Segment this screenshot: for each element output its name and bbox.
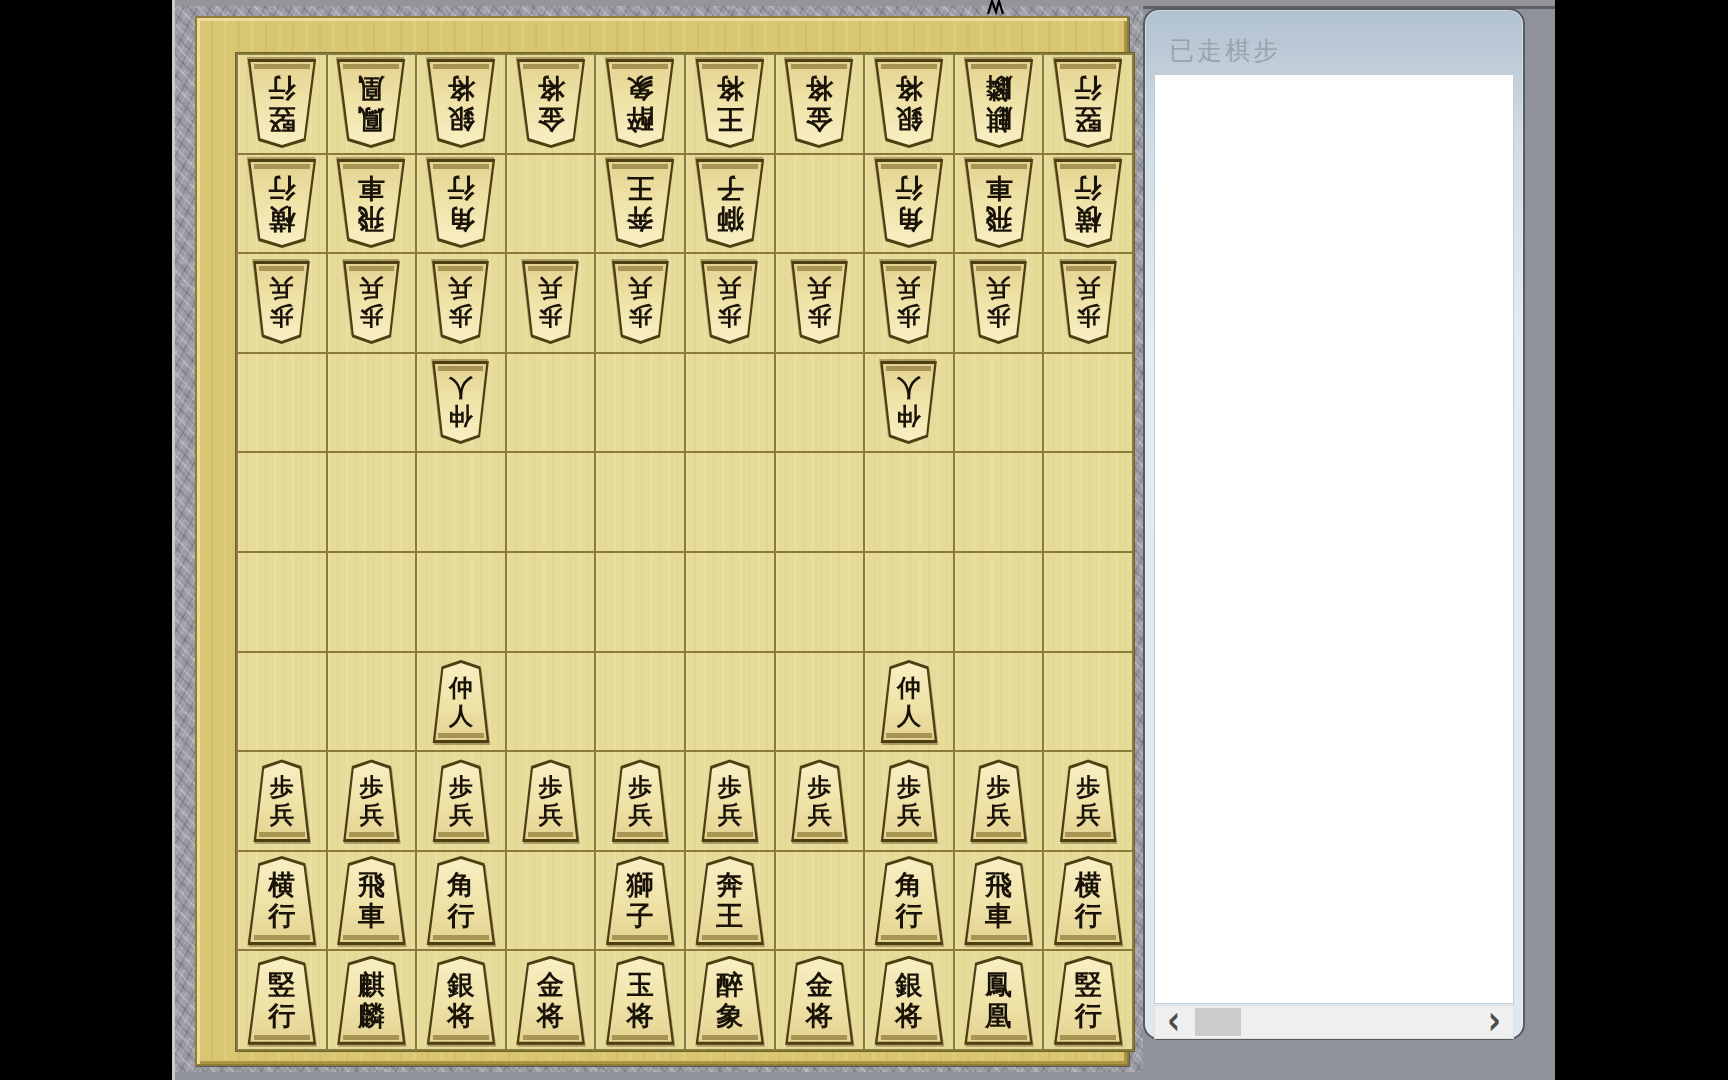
board-cell-r3f8[interactable]: 歩兵 xyxy=(865,254,953,352)
shogi-piece[interactable]: 歩兵 xyxy=(967,261,1030,344)
koma-kanji: 角行 xyxy=(423,856,499,945)
board-cell-r5f9[interactable] xyxy=(955,453,1043,551)
koma-kanji: 獅子 xyxy=(692,159,768,248)
board-cell-r2f7[interactable] xyxy=(776,155,864,253)
koma-kanji: 横行 xyxy=(244,159,320,248)
board-cell-r3f1[interactable]: 歩兵 xyxy=(238,254,326,352)
koma-kanji: 獅子 xyxy=(602,856,678,945)
koma-kanji: 角行 xyxy=(871,856,947,945)
board-cell-r5f10[interactable] xyxy=(1044,453,1132,551)
board-cell-r5f1[interactable] xyxy=(238,453,326,551)
shogi-board: 竪行鳳凰銀将金将醉象王将金将銀将麒麟竪行横行飛車角行奔王獅子角行飛車横行歩兵歩兵… xyxy=(235,52,1135,1052)
board-cell-r3f5[interactable]: 歩兵 xyxy=(596,254,684,352)
koma-kanji: 玉将 xyxy=(602,956,678,1045)
board-cell-r9f4[interactable] xyxy=(507,852,595,950)
koma-kanji: 竪行 xyxy=(244,59,320,148)
board-cell-r4f3[interactable]: 仲人 xyxy=(417,354,505,452)
horizontal-scrollbar[interactable]: ‹ › xyxy=(1154,1005,1514,1039)
shogi-piece[interactable]: 歩兵 xyxy=(877,261,940,344)
koma-kanji: 飛車 xyxy=(961,159,1037,248)
board-cell-r4f6[interactable] xyxy=(686,354,774,452)
board-cell-r3f2[interactable]: 歩兵 xyxy=(328,254,416,352)
board-cell-r8f5[interactable]: 歩兵 xyxy=(596,752,684,850)
shogi-piece[interactable]: 麒麟 xyxy=(961,59,1037,148)
koma-kanji: 歩兵 xyxy=(877,759,940,842)
koma-kanji: 歩兵 xyxy=(877,261,940,344)
shogi-piece[interactable]: 横行 xyxy=(244,159,320,248)
shogi-piece[interactable]: 角行 xyxy=(871,856,947,945)
board-cell-r3f6[interactable]: 歩兵 xyxy=(686,254,774,352)
koma-kanji: 歩兵 xyxy=(788,759,851,842)
board-cell-r1f10[interactable]: 竪行 xyxy=(1044,55,1132,153)
shogi-piece[interactable]: 歩兵 xyxy=(250,261,313,344)
koma-kanji: 奔王 xyxy=(602,159,678,248)
board-cell-r9f7[interactable] xyxy=(776,852,864,950)
board-cell-r4f9[interactable] xyxy=(955,354,1043,452)
shogi-piece[interactable]: 金将 xyxy=(513,956,589,1045)
shogi-piece[interactable]: 飛車 xyxy=(961,159,1037,248)
koma-kanji: 歩兵 xyxy=(429,261,492,344)
board-cell-r10f2[interactable]: 麒麟 xyxy=(328,951,416,1049)
koma-kanji: 仲人 xyxy=(877,660,940,743)
shogi-piece[interactable]: 銀将 xyxy=(871,59,947,148)
board-cell-r8f3[interactable]: 歩兵 xyxy=(417,752,505,850)
koma-kanji: 歩兵 xyxy=(250,759,313,842)
koma-kanji: 横行 xyxy=(1050,159,1126,248)
board-cell-r7f8[interactable]: 仲人 xyxy=(865,653,953,751)
koma-kanji: 竪行 xyxy=(1050,59,1126,148)
board-cell-r7f4[interactable] xyxy=(507,653,595,751)
board-cell-r2f5[interactable]: 奔王 xyxy=(596,155,684,253)
board-cell-r9f8[interactable]: 角行 xyxy=(865,852,953,950)
scroll-right-icon[interactable]: › xyxy=(1488,1001,1501,1041)
koma-kanji: 金将 xyxy=(513,59,589,148)
shogi-piece[interactable]: 角行 xyxy=(423,159,499,248)
shogi-piece[interactable]: 王将 xyxy=(692,59,768,148)
shogi-piece[interactable]: 飛車 xyxy=(333,159,409,248)
shogi-piece[interactable]: 竪行 xyxy=(244,59,320,148)
shogi-piece[interactable]: 獅子 xyxy=(602,856,678,945)
board-cell-r10f8[interactable]: 銀将 xyxy=(865,951,953,1049)
board-cell-r7f1[interactable] xyxy=(238,653,326,751)
koma-kanji: 歩兵 xyxy=(967,261,1030,344)
koma-kanji: 金将 xyxy=(781,59,857,148)
board-cell-r9f9[interactable]: 飛車 xyxy=(955,852,1043,950)
board-cell-r6f1[interactable] xyxy=(238,553,326,651)
board-cell-r6f4[interactable] xyxy=(507,553,595,651)
board-cell-r10f7[interactable]: 金将 xyxy=(776,951,864,1049)
board-cell-r4f10[interactable] xyxy=(1044,354,1132,452)
board-cell-r8f4[interactable]: 歩兵 xyxy=(507,752,595,850)
shogi-piece[interactable]: 歩兵 xyxy=(1057,261,1120,344)
shogi-piece[interactable]: 歩兵 xyxy=(788,759,851,842)
board-cell-r7f10[interactable] xyxy=(1044,653,1132,751)
shogi-piece[interactable]: 竪行 xyxy=(244,956,320,1045)
koma-kanji: 歩兵 xyxy=(698,759,761,842)
koma-kanji: 王将 xyxy=(692,59,768,148)
scroll-left-icon[interactable]: ‹ xyxy=(1167,1001,1180,1041)
koma-kanji: 飛車 xyxy=(333,159,409,248)
koma-kanji: 歩兵 xyxy=(1057,759,1120,842)
koma-kanji: 歩兵 xyxy=(340,759,403,842)
board-cell-r2f2[interactable]: 飛車 xyxy=(328,155,416,253)
board-cell-r1f8[interactable]: 銀将 xyxy=(865,55,953,153)
shogi-piece[interactable]: 醉象 xyxy=(602,59,678,148)
board-cell-r9f2[interactable]: 飛車 xyxy=(328,852,416,950)
move-list-panel: 已走棋步 ‹ › xyxy=(1143,8,1525,1040)
board-cell-r6f2[interactable] xyxy=(328,553,416,651)
shogi-piece[interactable]: 奔王 xyxy=(602,159,678,248)
board-cell-r6f10[interactable] xyxy=(1044,553,1132,651)
koma-kanji: 飛車 xyxy=(333,856,409,945)
shogi-piece[interactable]: 麒麟 xyxy=(333,956,409,1045)
board-cell-r4f4[interactable] xyxy=(507,354,595,452)
board-cell-r2f1[interactable]: 横行 xyxy=(238,155,326,253)
koma-kanji: 歩兵 xyxy=(788,261,851,344)
shogi-piece[interactable]: 角行 xyxy=(871,159,947,248)
koma-kanji: 横行 xyxy=(244,856,320,945)
board-cell-r1f6[interactable]: 王将 xyxy=(686,55,774,153)
shogi-piece[interactable]: 仲人 xyxy=(429,660,492,743)
board-cell-r4f1[interactable] xyxy=(238,354,326,452)
koma-kanji: 角行 xyxy=(871,159,947,248)
koma-kanji: 歩兵 xyxy=(519,759,582,842)
board-cell-r6f8[interactable] xyxy=(865,553,953,651)
app-window: 竪行鳳凰銀将金将醉象王将金将銀将麒麟竪行横行飛車角行奔王獅子角行飛車横行歩兵歩兵… xyxy=(172,0,1555,1080)
koma-kanji: 金将 xyxy=(781,956,857,1045)
koma-kanji: 金将 xyxy=(513,956,589,1045)
board-marble-frame: 竪行鳳凰銀将金将醉象王将金将銀将麒麟竪行横行飛車角行奔王獅子角行飛車横行歩兵歩兵… xyxy=(175,6,1143,1072)
board-cell-r9f10[interactable]: 横行 xyxy=(1044,852,1132,950)
board-cell-r2f3[interactable]: 角行 xyxy=(417,155,505,253)
board-cell-r6f7[interactable] xyxy=(776,553,864,651)
board-cell-r5f3[interactable] xyxy=(417,453,505,551)
shogi-piece[interactable]: 歩兵 xyxy=(609,759,672,842)
koma-kanji: 歩兵 xyxy=(1057,261,1120,344)
board-cell-r8f10[interactable]: 歩兵 xyxy=(1044,752,1132,850)
board-cell-r1f5[interactable]: 醉象 xyxy=(596,55,684,153)
koma-kanji: 鳳凰 xyxy=(961,956,1037,1045)
koma-kanji: 仲人 xyxy=(877,361,940,444)
board-cell-r1f9[interactable]: 麒麟 xyxy=(955,55,1043,153)
koma-kanji: 醉象 xyxy=(602,59,678,148)
board-cell-r5f5[interactable] xyxy=(596,453,684,551)
board-cell-r9f5[interactable]: 獅子 xyxy=(596,852,684,950)
board-cell-r10f9[interactable]: 鳳凰 xyxy=(955,951,1043,1049)
koma-kanji: 麒麟 xyxy=(333,956,409,1045)
board-cell-r2f9[interactable]: 飛車 xyxy=(955,155,1043,253)
shogi-piece[interactable]: 玉将 xyxy=(602,956,678,1045)
shogi-piece[interactable]: 奔王 xyxy=(692,856,768,945)
shogi-piece[interactable]: 銀将 xyxy=(423,59,499,148)
board-cell-r4f5[interactable] xyxy=(596,354,684,452)
board-cell-r5f6[interactable] xyxy=(686,453,774,551)
shogi-piece[interactable]: 銀将 xyxy=(423,956,499,1045)
koma-kanji: 歩兵 xyxy=(340,261,403,344)
board-cell-r8f7[interactable]: 歩兵 xyxy=(776,752,864,850)
board-cell-r9f3[interactable]: 角行 xyxy=(417,852,505,950)
board-cell-r3f7[interactable]: 歩兵 xyxy=(776,254,864,352)
board-cell-r7f2[interactable] xyxy=(328,653,416,751)
board-cell-r3f4[interactable]: 歩兵 xyxy=(507,254,595,352)
board-cell-r4f7[interactable] xyxy=(776,354,864,452)
shogi-board-panel: 竪行鳳凰銀将金将醉象王将金将銀将麒麟竪行横行飛車角行奔王獅子角行飛車横行歩兵歩兵… xyxy=(195,16,1129,1066)
koma-kanji: 角行 xyxy=(423,159,499,248)
shogi-piece[interactable]: 歩兵 xyxy=(609,261,672,344)
shogi-piece[interactable]: 鳳凰 xyxy=(961,956,1037,1045)
board-cell-r3f10[interactable]: 歩兵 xyxy=(1044,254,1132,352)
mouse-cursor xyxy=(985,0,1009,15)
scrollbar-thumb[interactable] xyxy=(1195,1008,1241,1036)
board-cell-r6f3[interactable] xyxy=(417,553,505,651)
shogi-piece[interactable]: 金将 xyxy=(513,59,589,148)
shogi-piece[interactable]: 歩兵 xyxy=(340,261,403,344)
koma-kanji: 仲人 xyxy=(429,660,492,743)
board-cell-r7f5[interactable] xyxy=(596,653,684,751)
koma-kanji: 奔王 xyxy=(692,856,768,945)
shogi-piece[interactable]: 竪行 xyxy=(1050,956,1126,1045)
board-cell-r5f7[interactable] xyxy=(776,453,864,551)
shogi-piece[interactable]: 飛車 xyxy=(961,856,1037,945)
board-cell-r8f6[interactable]: 歩兵 xyxy=(686,752,774,850)
board-cell-r7f3[interactable]: 仲人 xyxy=(417,653,505,751)
board-cell-r7f9[interactable] xyxy=(955,653,1043,751)
board-cell-r1f2[interactable]: 鳳凰 xyxy=(328,55,416,153)
shogi-piece[interactable]: 醉象 xyxy=(692,956,768,1045)
koma-kanji: 竪行 xyxy=(244,956,320,1045)
shogi-piece[interactable]: 歩兵 xyxy=(877,759,940,842)
koma-kanji: 歩兵 xyxy=(698,261,761,344)
koma-kanji: 横行 xyxy=(1050,856,1126,945)
shogi-piece[interactable]: 横行 xyxy=(244,856,320,945)
board-cell-r9f1[interactable]: 横行 xyxy=(238,852,326,950)
board-cell-r8f9[interactable]: 歩兵 xyxy=(955,752,1043,850)
board-cell-r2f10[interactable]: 横行 xyxy=(1044,155,1132,253)
shogi-piece[interactable]: 竪行 xyxy=(1050,59,1126,148)
koma-kanji: 歩兵 xyxy=(519,261,582,344)
board-cell-r8f2[interactable]: 歩兵 xyxy=(328,752,416,850)
koma-kanji: 飛車 xyxy=(961,856,1037,945)
board-cell-r7f7[interactable] xyxy=(776,653,864,751)
koma-kanji: 仲人 xyxy=(429,361,492,444)
shogi-piece[interactable]: 横行 xyxy=(1050,159,1126,248)
shogi-piece[interactable]: 角行 xyxy=(423,856,499,945)
board-cell-r10f4[interactable]: 金将 xyxy=(507,951,595,1049)
board-cell-r6f6[interactable] xyxy=(686,553,774,651)
shogi-piece[interactable]: 金将 xyxy=(781,956,857,1045)
shogi-piece[interactable]: 歩兵 xyxy=(429,261,492,344)
board-cell-r10f6[interactable]: 醉象 xyxy=(686,951,774,1049)
move-list-title: 已走棋步 xyxy=(1169,34,1281,67)
shogi-piece[interactable]: 歩兵 xyxy=(788,261,851,344)
board-cell-r9f6[interactable]: 奔王 xyxy=(686,852,774,950)
board-cell-r10f10[interactable]: 竪行 xyxy=(1044,951,1132,1049)
koma-kanji: 鳳凰 xyxy=(333,59,409,148)
board-cell-r2f8[interactable]: 角行 xyxy=(865,155,953,253)
shogi-piece[interactable]: 仲人 xyxy=(877,361,940,444)
board-cell-r5f4[interactable] xyxy=(507,453,595,551)
koma-kanji: 銀将 xyxy=(871,956,947,1045)
board-cell-r5f8[interactable] xyxy=(865,453,953,551)
koma-kanji: 歩兵 xyxy=(429,759,492,842)
shogi-piece[interactable]: 歩兵 xyxy=(698,759,761,842)
koma-kanji: 銀将 xyxy=(871,59,947,148)
shogi-piece[interactable]: 歩兵 xyxy=(340,759,403,842)
koma-kanji: 麒麟 xyxy=(961,59,1037,148)
board-cell-r8f1[interactable]: 歩兵 xyxy=(238,752,326,850)
shogi-piece[interactable]: 歩兵 xyxy=(250,759,313,842)
board-cell-r1f3[interactable]: 銀将 xyxy=(417,55,505,153)
screen: 竪行鳳凰銀将金将醉象王将金将銀将麒麟竪行横行飛車角行奔王獅子角行飛車横行歩兵歩兵… xyxy=(0,0,1728,1080)
shogi-piece[interactable]: 歩兵 xyxy=(519,759,582,842)
shogi-piece[interactable]: 歩兵 xyxy=(429,759,492,842)
koma-kanji: 銀将 xyxy=(423,956,499,1045)
board-cell-r2f6[interactable]: 獅子 xyxy=(686,155,774,253)
board-cell-r5f2[interactable] xyxy=(328,453,416,551)
board-cell-r10f5[interactable]: 玉将 xyxy=(596,951,684,1049)
shogi-piece[interactable]: 歩兵 xyxy=(519,261,582,344)
koma-kanji: 銀将 xyxy=(423,59,499,148)
shogi-piece[interactable]: 飛車 xyxy=(333,856,409,945)
board-cell-r10f3[interactable]: 銀将 xyxy=(417,951,505,1049)
shogi-piece[interactable]: 仲人 xyxy=(429,361,492,444)
board-cell-r6f5[interactable] xyxy=(596,553,684,651)
board-cell-r2f4[interactable] xyxy=(507,155,595,253)
koma-kanji: 歩兵 xyxy=(967,759,1030,842)
shogi-piece[interactable]: 銀将 xyxy=(871,956,947,1045)
board-cell-r3f3[interactable]: 歩兵 xyxy=(417,254,505,352)
move-list[interactable] xyxy=(1154,74,1514,1004)
shogi-piece[interactable]: 横行 xyxy=(1050,856,1126,945)
shogi-piece[interactable]: 歩兵 xyxy=(698,261,761,344)
shogi-piece[interactable]: 鳳凰 xyxy=(333,59,409,148)
shogi-piece[interactable]: 仲人 xyxy=(877,660,940,743)
board-cell-r1f4[interactable]: 金将 xyxy=(507,55,595,153)
board-cell-r4f8[interactable]: 仲人 xyxy=(865,354,953,452)
shogi-piece[interactable]: 歩兵 xyxy=(967,759,1030,842)
koma-kanji: 歩兵 xyxy=(609,261,672,344)
board-cell-r7f6[interactable] xyxy=(686,653,774,751)
board-cell-r1f7[interactable]: 金将 xyxy=(776,55,864,153)
shogi-piece[interactable]: 金将 xyxy=(781,59,857,148)
koma-kanji: 歩兵 xyxy=(250,261,313,344)
board-cell-r4f2[interactable] xyxy=(328,354,416,452)
koma-kanji: 歩兵 xyxy=(609,759,672,842)
koma-kanji: 竪行 xyxy=(1050,956,1126,1045)
shogi-piece[interactable]: 獅子 xyxy=(692,159,768,248)
board-cell-r6f9[interactable] xyxy=(955,553,1043,651)
board-cell-r8f8[interactable]: 歩兵 xyxy=(865,752,953,850)
board-cell-r10f1[interactable]: 竪行 xyxy=(238,951,326,1049)
koma-kanji: 醉象 xyxy=(692,956,768,1045)
shogi-piece[interactable]: 歩兵 xyxy=(1057,759,1120,842)
board-cell-r1f1[interactable]: 竪行 xyxy=(238,55,326,153)
board-cell-r3f9[interactable]: 歩兵 xyxy=(955,254,1043,352)
